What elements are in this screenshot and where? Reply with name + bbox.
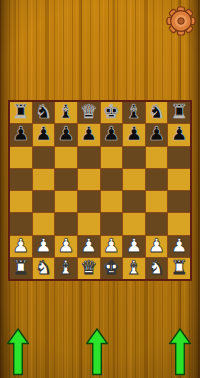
square-b6[interactable] <box>33 147 55 168</box>
piece-white-knight[interactable]: ♞ <box>148 258 165 277</box>
piece-black-pawn[interactable]: ♟ <box>125 124 142 143</box>
piece-black-bishop[interactable]: ♝ <box>58 102 75 121</box>
square-e2[interactable]: ♟ <box>101 236 123 257</box>
square-a5[interactable] <box>10 169 32 190</box>
square-f2[interactable]: ♟ <box>123 236 145 257</box>
square-a6[interactable] <box>10 147 32 168</box>
piece-white-pawn[interactable]: ♟ <box>103 236 120 255</box>
game-screen: ♜♞♝♛♚♝♞♜♟♟♟♟♟♟♟♟♟♟♟♟♟♟♟♟♜♞♝♛♚♝♞♜ <box>0 0 200 378</box>
square-f3[interactable] <box>123 213 145 234</box>
square-d5[interactable] <box>78 169 100 190</box>
square-g2[interactable]: ♟ <box>146 236 168 257</box>
square-h4[interactable] <box>168 191 190 212</box>
square-f4[interactable] <box>123 191 145 212</box>
square-g5[interactable] <box>146 169 168 190</box>
square-d4[interactable] <box>78 191 100 212</box>
square-g1[interactable]: ♞ <box>146 258 168 279</box>
piece-black-knight[interactable]: ♞ <box>148 102 165 121</box>
piece-black-king[interactable]: ♚ <box>103 102 120 121</box>
piece-white-rook[interactable]: ♜ <box>171 258 188 277</box>
piece-white-bishop[interactable]: ♝ <box>58 258 75 277</box>
square-e8[interactable]: ♚ <box>101 102 123 123</box>
square-b2[interactable]: ♟ <box>33 236 55 257</box>
square-h3[interactable] <box>168 213 190 234</box>
square-f8[interactable]: ♝ <box>123 102 145 123</box>
square-g3[interactable] <box>146 213 168 234</box>
piece-black-rook[interactable]: ♜ <box>12 102 29 121</box>
square-g7[interactable]: ♟ <box>146 124 168 145</box>
square-e3[interactable] <box>101 213 123 234</box>
square-b8[interactable]: ♞ <box>33 102 55 123</box>
piece-white-bishop[interactable]: ♝ <box>125 258 142 277</box>
square-h8[interactable]: ♜ <box>168 102 190 123</box>
square-b4[interactable] <box>33 191 55 212</box>
piece-black-pawn[interactable]: ♟ <box>35 124 52 143</box>
square-d1[interactable]: ♛ <box>78 258 100 279</box>
piece-black-pawn[interactable]: ♟ <box>103 124 120 143</box>
square-b1[interactable]: ♞ <box>33 258 55 279</box>
square-f7[interactable]: ♟ <box>123 124 145 145</box>
piece-white-king[interactable]: ♚ <box>103 258 120 277</box>
square-c6[interactable] <box>55 147 77 168</box>
piece-white-pawn[interactable]: ♟ <box>58 236 75 255</box>
piece-black-queen[interactable]: ♛ <box>80 102 97 121</box>
piece-black-pawn[interactable]: ♟ <box>58 124 75 143</box>
square-e1[interactable]: ♚ <box>101 258 123 279</box>
piece-black-pawn[interactable]: ♟ <box>80 124 97 143</box>
up-arrow-icon <box>7 328 29 376</box>
settings-button[interactable] <box>166 6 196 36</box>
square-f5[interactable] <box>123 169 145 190</box>
square-g6[interactable] <box>146 147 168 168</box>
gear-icon <box>166 6 196 36</box>
square-e6[interactable] <box>101 147 123 168</box>
piece-white-rook[interactable]: ♜ <box>12 258 29 277</box>
piece-black-pawn[interactable]: ♟ <box>12 124 29 143</box>
square-a4[interactable] <box>10 191 32 212</box>
up-arrow-button-right[interactable] <box>169 328 191 376</box>
square-e4[interactable] <box>101 191 123 212</box>
square-c3[interactable] <box>55 213 77 234</box>
square-c5[interactable] <box>55 169 77 190</box>
chess-board: ♜♞♝♛♚♝♞♜♟♟♟♟♟♟♟♟♟♟♟♟♟♟♟♟♜♞♝♛♚♝♞♜ <box>8 100 192 281</box>
piece-black-knight[interactable]: ♞ <box>35 102 52 121</box>
square-c4[interactable] <box>55 191 77 212</box>
square-d3[interactable] <box>78 213 100 234</box>
square-a1[interactable]: ♜ <box>10 258 32 279</box>
square-d2[interactable]: ♟ <box>78 236 100 257</box>
square-b3[interactable] <box>33 213 55 234</box>
up-arrow-button-center[interactable] <box>86 328 108 376</box>
square-h1[interactable]: ♜ <box>168 258 190 279</box>
square-b7[interactable]: ♟ <box>33 124 55 145</box>
piece-white-pawn[interactable]: ♟ <box>148 236 165 255</box>
piece-white-queen[interactable]: ♛ <box>80 258 97 277</box>
up-arrow-button-left[interactable] <box>7 328 29 376</box>
piece-white-pawn[interactable]: ♟ <box>125 236 142 255</box>
piece-black-pawn[interactable]: ♟ <box>171 124 188 143</box>
square-c8[interactable]: ♝ <box>55 102 77 123</box>
piece-white-knight[interactable]: ♞ <box>35 258 52 277</box>
square-d7[interactable]: ♟ <box>78 124 100 145</box>
square-h5[interactable] <box>168 169 190 190</box>
square-e5[interactable] <box>101 169 123 190</box>
square-a7[interactable]: ♟ <box>10 124 32 145</box>
square-h2[interactable]: ♟ <box>168 236 190 257</box>
up-arrow-icon <box>86 328 108 376</box>
square-a8[interactable]: ♜ <box>10 102 32 123</box>
square-g8[interactable]: ♞ <box>146 102 168 123</box>
up-arrow-icon <box>169 328 191 376</box>
piece-white-pawn[interactable]: ♟ <box>35 236 52 255</box>
square-c7[interactable]: ♟ <box>55 124 77 145</box>
square-h6[interactable] <box>168 147 190 168</box>
piece-white-pawn[interactable]: ♟ <box>80 236 97 255</box>
square-g4[interactable] <box>146 191 168 212</box>
piece-black-bishop[interactable]: ♝ <box>125 102 142 121</box>
square-d6[interactable] <box>78 147 100 168</box>
square-h7[interactable]: ♟ <box>168 124 190 145</box>
square-c1[interactable]: ♝ <box>55 258 77 279</box>
square-a3[interactable] <box>10 213 32 234</box>
square-e7[interactable]: ♟ <box>101 124 123 145</box>
square-a2[interactable]: ♟ <box>10 236 32 257</box>
square-c2[interactable]: ♟ <box>55 236 77 257</box>
piece-black-rook[interactable]: ♜ <box>171 102 188 121</box>
square-f6[interactable] <box>123 147 145 168</box>
square-f1[interactable]: ♝ <box>123 258 145 279</box>
piece-white-pawn[interactable]: ♟ <box>12 236 29 255</box>
piece-white-pawn[interactable]: ♟ <box>171 236 188 255</box>
square-b5[interactable] <box>33 169 55 190</box>
piece-black-pawn[interactable]: ♟ <box>148 124 165 143</box>
square-d8[interactable]: ♛ <box>78 102 100 123</box>
